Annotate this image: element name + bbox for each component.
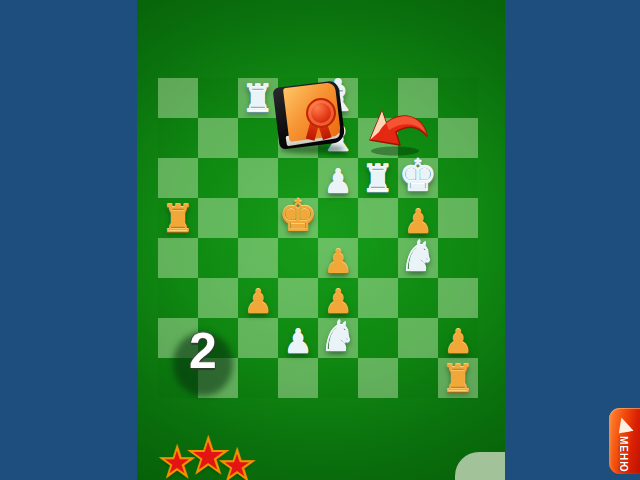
square-b3[interactable] <box>198 278 238 318</box>
square-a7[interactable] <box>158 118 198 158</box>
orange-pawn-g5[interactable]: ♟ <box>398 186 438 238</box>
hint-book-button[interactable] <box>272 82 350 152</box>
orange-king-d5[interactable]: ♚ <box>278 186 318 238</box>
orange-pawn-c3[interactable]: ♟ <box>238 266 278 318</box>
board-panel: ♜♝♝♟♜♚♞♟♞♜♚♟♟♟♟♟♜ 2 ★★★ <box>137 0 505 480</box>
square-h8[interactable] <box>438 78 478 118</box>
white-pawn-e6[interactable]: ♟ <box>318 146 358 198</box>
page-corner[interactable] <box>455 452 505 480</box>
square-f2[interactable] <box>358 318 398 358</box>
square-g1[interactable] <box>398 358 438 398</box>
square-f1[interactable] <box>358 358 398 398</box>
square-g3[interactable] <box>398 278 438 318</box>
orange-rook-a5[interactable]: ♜ <box>158 186 198 238</box>
star-icon: ★ <box>219 445 255 480</box>
square-b6[interactable] <box>198 158 238 198</box>
moves-counter-value: 2 <box>157 322 249 380</box>
square-h5[interactable] <box>438 198 478 238</box>
square-f3[interactable] <box>358 278 398 318</box>
square-b5[interactable] <box>198 198 238 238</box>
square-a8[interactable] <box>158 78 198 118</box>
orange-rook-h1[interactable]: ♜ <box>438 346 478 398</box>
square-b8[interactable] <box>198 78 238 118</box>
undo-button[interactable] <box>365 104 435 156</box>
square-d1[interactable] <box>278 358 318 398</box>
square-e1[interactable] <box>318 358 358 398</box>
undo-arrow-icon <box>365 104 435 156</box>
square-f4[interactable] <box>358 238 398 278</box>
game-screen: ♜♝♝♟♜♚♞♟♞♜♚♟♟♟♟♟♜ 2 ★★★ МЕН <box>0 0 640 480</box>
menu-arrow-icon <box>615 415 633 434</box>
square-a4[interactable] <box>158 238 198 278</box>
moves-counter: 2 ★★★ <box>157 326 267 480</box>
menu-tab-label: МЕНЮ <box>618 436 629 473</box>
square-c6[interactable] <box>238 158 278 198</box>
book-seal-icon <box>306 98 336 128</box>
square-a3[interactable] <box>158 278 198 318</box>
square-g2[interactable] <box>398 318 438 358</box>
square-f5[interactable] <box>358 198 398 238</box>
square-h7[interactable] <box>438 118 478 158</box>
orange-pawn-e3[interactable]: ♟ <box>318 266 358 318</box>
square-b4[interactable] <box>198 238 238 278</box>
white-pawn-d2[interactable]: ♟ <box>278 306 318 358</box>
square-h6[interactable] <box>438 158 478 198</box>
square-h4[interactable] <box>438 238 478 278</box>
square-b7[interactable] <box>198 118 238 158</box>
square-d4[interactable] <box>278 238 318 278</box>
menu-tab-button[interactable]: МЕНЮ <box>609 408 640 474</box>
square-c5[interactable] <box>238 198 278 238</box>
